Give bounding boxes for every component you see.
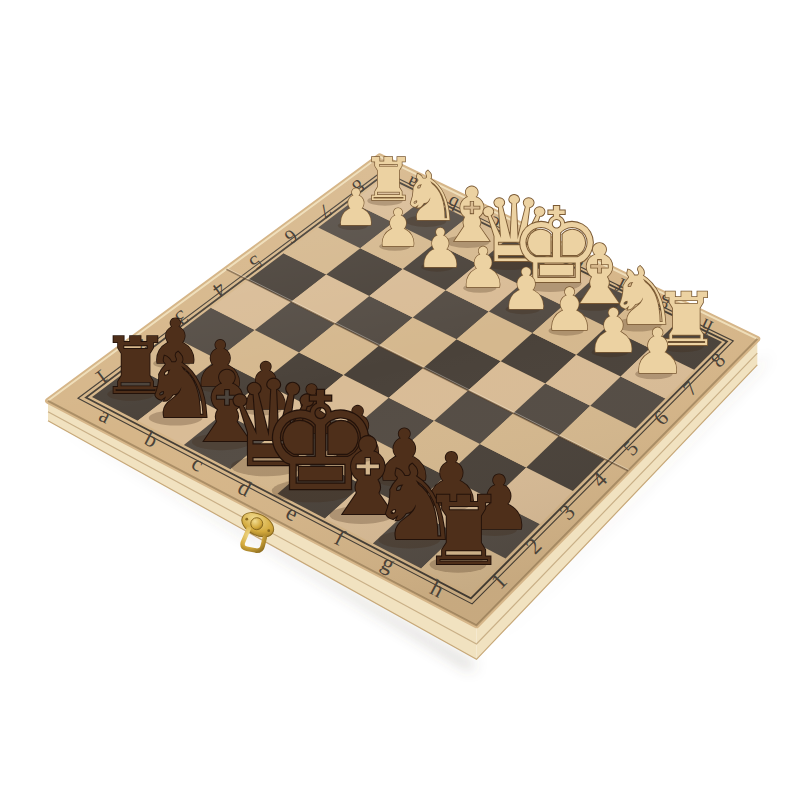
piece-dark-rook-h1: ♜ [421, 476, 506, 586]
piece-light-pawn-a7: ♟ [333, 178, 378, 237]
piece-light-pawn-h7: ♟ [630, 315, 686, 388]
board-photo-svg: aabbccddeeffgghh1122334455667788♜♞♟♝♟♛♟♚… [0, 0, 800, 800]
piece-light-pawn-b7: ♟ [375, 198, 422, 258]
piece-light-pawn-c7: ♟ [416, 217, 464, 280]
clasp-screw [267, 529, 270, 532]
clasp-screw [245, 518, 248, 521]
chess-set-product-photo: aabbccddeeffgghh1122334455667788♜♞♟♝♟♛♟♚… [0, 0, 800, 800]
